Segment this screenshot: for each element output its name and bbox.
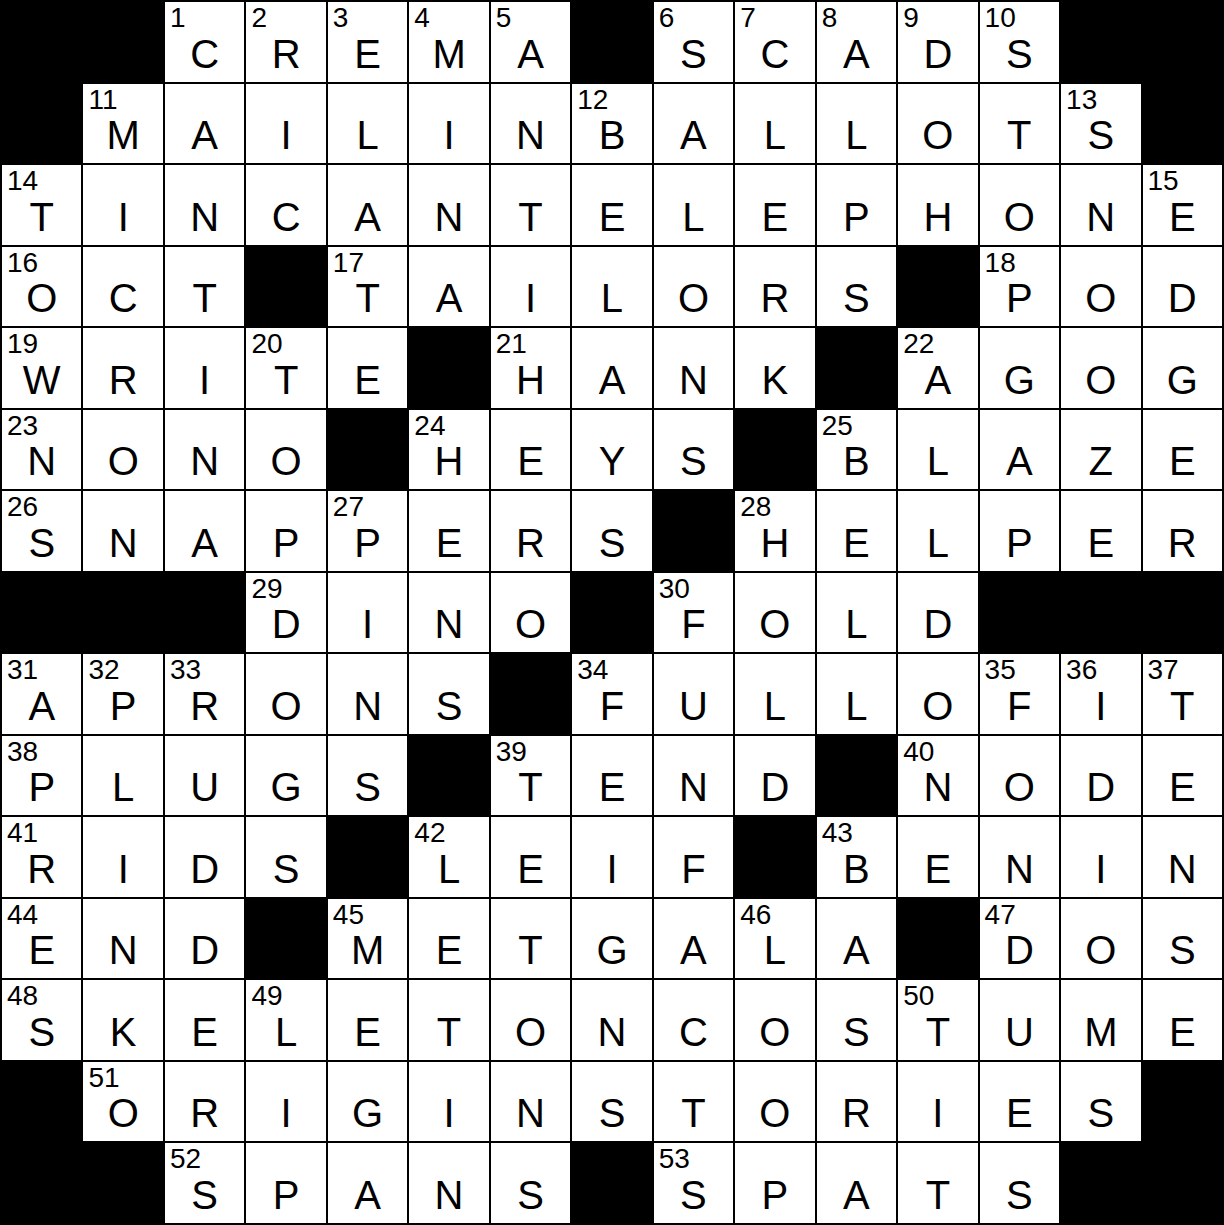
cell-r6c8[interactable]: Y	[572, 410, 651, 490]
cell-r1c3[interactable]: 1C	[165, 2, 244, 82]
cell-letter: I	[1061, 686, 1140, 726]
black-square-r10c6	[409, 736, 488, 816]
cell-r3c11[interactable]: P	[817, 165, 896, 245]
cell-r6c4[interactable]: O	[246, 410, 325, 490]
cell-r13c11[interactable]: S	[817, 980, 896, 1060]
cell-letter: H	[735, 523, 814, 563]
cell-r14c11[interactable]: R	[817, 1062, 896, 1142]
clue-number: 36	[1066, 655, 1097, 684]
cell-r7c6[interactable]: E	[409, 491, 488, 571]
cell-r3c5[interactable]: A	[328, 165, 407, 245]
cell-r12c2[interactable]: N	[83, 899, 162, 979]
cell-letter: E	[165, 1012, 244, 1052]
cell-r14c6[interactable]: I	[409, 1062, 488, 1142]
cell-r7c14[interactable]: E	[1061, 491, 1140, 571]
clue-number: 52	[170, 1144, 201, 1173]
cell-r6c3[interactable]: N	[165, 410, 244, 490]
cell-r9c5[interactable]: N	[328, 654, 407, 734]
cell-r13c9[interactable]: C	[654, 980, 733, 1060]
cell-r15c13[interactable]: S	[980, 1143, 1059, 1223]
black-square-r2c15	[1143, 84, 1222, 164]
crossword-grid: 1C2R3E4M5A6S7C8A9D10S11MAILIN12BALLOT13S…	[0, 0, 1224, 1225]
cell-r14c14[interactable]: S	[1061, 1062, 1140, 1142]
cell-r7c1[interactable]: 26S	[2, 491, 81, 571]
black-square-r8c3	[165, 573, 244, 653]
cell-r9c10[interactable]: L	[735, 654, 814, 734]
cell-letter: E	[491, 849, 570, 889]
cell-r14c9[interactable]: T	[654, 1062, 733, 1142]
cell-r13c14[interactable]: M	[1061, 980, 1140, 1060]
cell-r15c3[interactable]: 52S	[165, 1143, 244, 1223]
cell-r9c2[interactable]: 32P	[83, 654, 162, 734]
cell-r15c10[interactable]: P	[735, 1143, 814, 1223]
cell-r10c15[interactable]: E	[1143, 736, 1222, 816]
cell-letter: L	[246, 1012, 325, 1052]
clue-number: 18	[985, 248, 1016, 277]
cell-r10c12[interactable]: 40N	[898, 736, 977, 816]
cell-letter: H	[898, 197, 977, 237]
cell-r7c2[interactable]: N	[83, 491, 162, 571]
cell-r4c5[interactable]: 17T	[328, 247, 407, 327]
cell-r4c6[interactable]: A	[409, 247, 488, 327]
cell-letter: C	[165, 34, 244, 74]
cell-r11c3[interactable]: D	[165, 817, 244, 897]
cell-letter: E	[1061, 523, 1140, 563]
cell-r7c11[interactable]: E	[817, 491, 896, 571]
black-square-r14c1	[2, 1062, 81, 1142]
cell-r5c14[interactable]: O	[1061, 328, 1140, 408]
cell-r9c13[interactable]: 35F	[980, 654, 1059, 734]
cell-r12c3[interactable]: D	[165, 899, 244, 979]
cell-letter: S	[654, 1175, 733, 1215]
cell-letter: S	[1143, 930, 1222, 970]
cell-letter: E	[328, 1012, 407, 1052]
cell-letter: G	[246, 767, 325, 807]
cell-r4c2[interactable]: C	[83, 247, 162, 327]
cell-letter: S	[980, 34, 1059, 74]
cell-r11c9[interactable]: F	[654, 817, 733, 897]
cell-r5c10[interactable]: K	[735, 328, 814, 408]
cell-r15c6[interactable]: N	[409, 1143, 488, 1223]
cell-r13c8[interactable]: N	[572, 980, 651, 1060]
cell-r9c1[interactable]: 31A	[2, 654, 81, 734]
cell-r2c9[interactable]: A	[654, 84, 733, 164]
clue-number: 4	[414, 3, 430, 32]
cell-letter: S	[654, 34, 733, 74]
cell-r3c6[interactable]: N	[409, 165, 488, 245]
cell-r4c10[interactable]: R	[735, 247, 814, 327]
clue-number: 12	[577, 85, 608, 114]
clue-number: 31	[7, 655, 38, 684]
cell-letter: T	[898, 1012, 977, 1052]
cell-letter: T	[898, 1175, 977, 1215]
cell-r6c11[interactable]: 25B	[817, 410, 896, 490]
cell-r11c2[interactable]: I	[83, 817, 162, 897]
cell-letter: S	[246, 849, 325, 889]
cell-r1c7[interactable]: 5A	[491, 2, 570, 82]
cell-r11c13[interactable]: N	[980, 817, 1059, 897]
cell-r4c14[interactable]: O	[1061, 247, 1140, 327]
cell-r3c8[interactable]: E	[572, 165, 651, 245]
cell-r3c14[interactable]: N	[1061, 165, 1140, 245]
cell-letter: P	[2, 767, 81, 807]
cell-r8c4[interactable]: 29D	[246, 573, 325, 653]
cell-letter: A	[817, 1175, 896, 1215]
cell-r5c3[interactable]: I	[165, 328, 244, 408]
cell-r2c10[interactable]: L	[735, 84, 814, 164]
cell-letter: E	[1143, 197, 1222, 237]
cell-r14c7[interactable]: N	[491, 1062, 570, 1142]
cell-letter: R	[817, 1093, 896, 1133]
cell-r11c6[interactable]: 42L	[409, 817, 488, 897]
cell-letter: E	[1143, 767, 1222, 807]
cell-r9c8[interactable]: 34F	[572, 654, 651, 734]
cell-letter: L	[83, 767, 162, 807]
cell-r8c9[interactable]: 30F	[654, 573, 733, 653]
cell-r5c5[interactable]: E	[328, 328, 407, 408]
cell-r4c15[interactable]: D	[1143, 247, 1222, 327]
cell-r15c11[interactable]: A	[817, 1143, 896, 1223]
cell-letter: A	[2, 686, 81, 726]
cell-r10c4[interactable]: G	[246, 736, 325, 816]
cell-r6c2[interactable]: O	[83, 410, 162, 490]
cell-r5c12[interactable]: 22A	[898, 328, 977, 408]
cell-r4c1[interactable]: 16O	[2, 247, 81, 327]
cell-letter: W	[2, 360, 81, 400]
cell-r1c6[interactable]: 4M	[409, 2, 488, 82]
cell-r3c2[interactable]: I	[83, 165, 162, 245]
cell-r7c5[interactable]: 27P	[328, 491, 407, 571]
cell-r1c5[interactable]: 3E	[328, 2, 407, 82]
cell-letter: O	[491, 604, 570, 644]
cell-r7c10[interactable]: 28H	[735, 491, 814, 571]
cell-r12c13[interactable]: 47D	[980, 899, 1059, 979]
cell-r6c15[interactable]: E	[1143, 410, 1222, 490]
cell-r7c3[interactable]: A	[165, 491, 244, 571]
cell-r13c6[interactable]: T	[409, 980, 488, 1060]
cell-r14c13[interactable]: E	[980, 1062, 1059, 1142]
cell-r15c9[interactable]: 53S	[654, 1143, 733, 1223]
cell-r10c1[interactable]: 38P	[2, 736, 81, 816]
cell-r4c8[interactable]: L	[572, 247, 651, 327]
cell-letter: R	[83, 360, 162, 400]
cell-r4c13[interactable]: 18P	[980, 247, 1059, 327]
black-square-r15c2	[83, 1143, 162, 1223]
cell-r15c5[interactable]: A	[328, 1143, 407, 1223]
cell-letter: D	[898, 34, 977, 74]
black-square-r1c14	[1061, 2, 1140, 82]
cell-r8c10[interactable]: O	[735, 573, 814, 653]
black-square-r4c12	[898, 247, 977, 327]
cell-letter: P	[83, 686, 162, 726]
cell-r9c12[interactable]: O	[898, 654, 977, 734]
cell-r12c5[interactable]: 45M	[328, 899, 407, 979]
cell-r7c12[interactable]: L	[898, 491, 977, 571]
cell-letter: S	[654, 441, 733, 481]
cell-r10c13[interactable]: O	[980, 736, 1059, 816]
cell-letter: C	[246, 197, 325, 237]
cell-r12c9[interactable]: A	[654, 899, 733, 979]
cell-r11c11[interactable]: 43B	[817, 817, 896, 897]
cell-r6c9[interactable]: S	[654, 410, 733, 490]
cell-r7c7[interactable]: R	[491, 491, 570, 571]
black-square-r15c15	[1143, 1143, 1222, 1223]
cell-r1c12[interactable]: 9D	[898, 2, 977, 82]
cell-letter: S	[572, 523, 651, 563]
cell-r4c11[interactable]: S	[817, 247, 896, 327]
cell-letter: S	[165, 1175, 244, 1215]
cell-r14c4[interactable]: I	[246, 1062, 325, 1142]
cell-r13c15[interactable]: E	[1143, 980, 1222, 1060]
cell-r2c12[interactable]: O	[898, 84, 977, 164]
clue-number: 25	[822, 411, 853, 440]
cell-letter: S	[491, 1175, 570, 1215]
cell-r10c10[interactable]: D	[735, 736, 814, 816]
cell-r15c4[interactable]: P	[246, 1143, 325, 1223]
cell-r10c7[interactable]: 39T	[491, 736, 570, 816]
clue-number: 8	[822, 3, 838, 32]
cell-r12c6[interactable]: E	[409, 899, 488, 979]
black-square-r10c11	[817, 736, 896, 816]
clue-number: 3	[333, 3, 349, 32]
cell-r5c13[interactable]: G	[980, 328, 1059, 408]
cell-r8c7[interactable]: O	[491, 573, 570, 653]
cell-r1c9[interactable]: 6S	[654, 2, 733, 82]
cell-letter: O	[83, 441, 162, 481]
cell-r8c11[interactable]: L	[817, 573, 896, 653]
cell-r14c12[interactable]: I	[898, 1062, 977, 1142]
cell-r2c14[interactable]: 13S	[1061, 84, 1140, 164]
cell-r13c4[interactable]: 49L	[246, 980, 325, 1060]
cell-r9c4[interactable]: O	[246, 654, 325, 734]
cell-letter: T	[165, 278, 244, 318]
cell-r9c3[interactable]: 33R	[165, 654, 244, 734]
cell-letter: N	[572, 1012, 651, 1052]
cell-r8c6[interactable]: N	[409, 573, 488, 653]
cell-letter: L	[817, 115, 896, 155]
cell-r6c6[interactable]: 24H	[409, 410, 488, 490]
cell-r10c2[interactable]: L	[83, 736, 162, 816]
black-square-r1c8	[572, 2, 651, 82]
cell-r9c14[interactable]: 36I	[1061, 654, 1140, 734]
cell-r9c6[interactable]: S	[409, 654, 488, 734]
cell-r15c7[interactable]: S	[491, 1143, 570, 1223]
cell-r11c14[interactable]: I	[1061, 817, 1140, 897]
clue-number: 40	[903, 737, 934, 766]
cell-r11c8[interactable]: I	[572, 817, 651, 897]
cell-r14c3[interactable]: R	[165, 1062, 244, 1142]
cell-letter: E	[817, 523, 896, 563]
cell-letter: T	[2, 197, 81, 237]
clue-number: 16	[7, 248, 38, 277]
cell-r2c3[interactable]: A	[165, 84, 244, 164]
cell-r5c8[interactable]: A	[572, 328, 651, 408]
clue-number: 43	[822, 818, 853, 847]
cell-r15c12[interactable]: T	[898, 1143, 977, 1223]
cell-r4c7[interactable]: I	[491, 247, 570, 327]
cell-r8c12[interactable]: D	[898, 573, 977, 653]
cell-letter: D	[246, 604, 325, 644]
cell-r10c3[interactable]: U	[165, 736, 244, 816]
cell-r12c8[interactable]: G	[572, 899, 651, 979]
clue-number: 42	[414, 818, 445, 847]
cell-r14c10[interactable]: O	[735, 1062, 814, 1142]
cell-letter: T	[491, 767, 570, 807]
cell-r5c4[interactable]: 20T	[246, 328, 325, 408]
cell-r13c13[interactable]: U	[980, 980, 1059, 1060]
cell-r1c4[interactable]: 2R	[246, 2, 325, 82]
cell-letter: O	[246, 686, 325, 726]
cell-r10c8[interactable]: E	[572, 736, 651, 816]
cell-r14c5[interactable]: G	[328, 1062, 407, 1142]
clue-number: 28	[740, 492, 771, 521]
cell-letter: A	[328, 1175, 407, 1215]
cell-letter: D	[1061, 767, 1140, 807]
cell-r13c2[interactable]: K	[83, 980, 162, 1060]
cell-r3c4[interactable]: C	[246, 165, 325, 245]
cell-r2c7[interactable]: N	[491, 84, 570, 164]
clue-number: 2	[251, 3, 267, 32]
cell-r11c4[interactable]: S	[246, 817, 325, 897]
cell-letter: O	[654, 278, 733, 318]
cell-r14c8[interactable]: S	[572, 1062, 651, 1142]
black-square-r2c1	[2, 84, 81, 164]
cell-r6c12[interactable]: L	[898, 410, 977, 490]
cell-letter: A	[328, 197, 407, 237]
cell-letter: O	[735, 604, 814, 644]
cell-r3c1[interactable]: 14T	[2, 165, 81, 245]
cell-letter: C	[735, 34, 814, 74]
clue-number: 44	[7, 900, 38, 929]
cell-r3c15[interactable]: 15E	[1143, 165, 1222, 245]
cell-letter: A	[572, 360, 651, 400]
cell-letter: I	[246, 115, 325, 155]
cell-letter: N	[409, 604, 488, 644]
cell-r2c5[interactable]: L	[328, 84, 407, 164]
cell-letter: E	[409, 930, 488, 970]
clue-number: 39	[496, 737, 527, 766]
clue-number: 13	[1066, 85, 1097, 114]
cell-letter: B	[817, 441, 896, 481]
cell-r2c11[interactable]: L	[817, 84, 896, 164]
cell-r12c7[interactable]: T	[491, 899, 570, 979]
cell-letter: H	[491, 360, 570, 400]
cell-r12c1[interactable]: 44E	[2, 899, 81, 979]
cell-r12c14[interactable]: O	[1061, 899, 1140, 979]
cell-letter: M	[83, 115, 162, 155]
cell-r9c15[interactable]: 37T	[1143, 654, 1222, 734]
cell-r6c14[interactable]: Z	[1061, 410, 1140, 490]
cell-letter: I	[898, 1093, 977, 1133]
cell-letter: O	[898, 686, 977, 726]
cell-r7c8[interactable]: S	[572, 491, 651, 571]
cell-r12c10[interactable]: 46L	[735, 899, 814, 979]
cell-r13c5[interactable]: E	[328, 980, 407, 1060]
cell-r4c9[interactable]: O	[654, 247, 733, 327]
cell-letter: D	[898, 604, 977, 644]
cell-letter: L	[735, 930, 814, 970]
cell-r11c12[interactable]: E	[898, 817, 977, 897]
cell-letter: E	[409, 523, 488, 563]
cell-r14c2[interactable]: 51O	[83, 1062, 162, 1142]
cell-r7c13[interactable]: P	[980, 491, 1059, 571]
cell-letter: O	[246, 441, 325, 481]
cell-r9c11[interactable]: L	[817, 654, 896, 734]
cell-r3c10[interactable]: E	[735, 165, 814, 245]
cell-r10c9[interactable]: N	[654, 736, 733, 816]
cell-letter: N	[491, 115, 570, 155]
cell-r1c11[interactable]: 8A	[817, 2, 896, 82]
cell-r3c13[interactable]: O	[980, 165, 1059, 245]
clue-number: 50	[903, 981, 934, 1010]
clue-number: 14	[7, 166, 38, 195]
cell-letter: O	[898, 115, 977, 155]
clue-number: 45	[333, 900, 364, 929]
cell-r12c11[interactable]: A	[817, 899, 896, 979]
cell-r13c10[interactable]: O	[735, 980, 814, 1060]
black-square-r12c12	[898, 899, 977, 979]
black-square-r8c14	[1061, 573, 1140, 653]
cell-letter: N	[409, 1175, 488, 1215]
cell-r2c8[interactable]: 12B	[572, 84, 651, 164]
cell-letter: N	[165, 441, 244, 481]
black-square-r6c5	[328, 410, 407, 490]
cell-r3c7[interactable]: T	[491, 165, 570, 245]
cell-r5c2[interactable]: R	[83, 328, 162, 408]
cell-r5c7[interactable]: 21H	[491, 328, 570, 408]
cell-letter: O	[1061, 930, 1140, 970]
cell-r8c5[interactable]: I	[328, 573, 407, 653]
cell-r5c15[interactable]: G	[1143, 328, 1222, 408]
cell-letter: E	[980, 1093, 1059, 1133]
cell-letter: E	[2, 930, 81, 970]
cell-r2c4[interactable]: I	[246, 84, 325, 164]
cell-r7c15[interactable]: R	[1143, 491, 1222, 571]
cell-r11c7[interactable]: E	[491, 817, 570, 897]
black-square-r1c1	[2, 2, 81, 82]
black-square-r15c1	[2, 1143, 81, 1223]
cell-r7c4[interactable]: P	[246, 491, 325, 571]
cell-r5c1[interactable]: 19W	[2, 328, 81, 408]
cell-r10c5[interactable]: S	[328, 736, 407, 816]
cell-r9c9[interactable]: U	[654, 654, 733, 734]
cell-r6c13[interactable]: A	[980, 410, 1059, 490]
cell-letter: M	[328, 930, 407, 970]
cell-r13c1[interactable]: 48S	[2, 980, 81, 1060]
cell-r3c9[interactable]: L	[654, 165, 733, 245]
cell-r10c14[interactable]: D	[1061, 736, 1140, 816]
cell-r2c2[interactable]: 11M	[83, 84, 162, 164]
cell-r3c12[interactable]: H	[898, 165, 977, 245]
cell-r5c9[interactable]: N	[654, 328, 733, 408]
cell-r6c1[interactable]: 23N	[2, 410, 81, 490]
cell-r12c15[interactable]: S	[1143, 899, 1222, 979]
cell-r11c15[interactable]: N	[1143, 817, 1222, 897]
cell-r13c12[interactable]: 50T	[898, 980, 977, 1060]
cell-r13c3[interactable]: E	[165, 980, 244, 1060]
cell-r3c3[interactable]: N	[165, 165, 244, 245]
cell-r4c3[interactable]: T	[165, 247, 244, 327]
cell-r1c13[interactable]: 10S	[980, 2, 1059, 82]
cell-r2c6[interactable]: I	[409, 84, 488, 164]
cell-r6c7[interactable]: E	[491, 410, 570, 490]
cell-r11c1[interactable]: 41R	[2, 817, 81, 897]
cell-r13c7[interactable]: O	[491, 980, 570, 1060]
cell-r1c10[interactable]: 7C	[735, 2, 814, 82]
cell-r2c13[interactable]: T	[980, 84, 1059, 164]
clue-number: 19	[7, 329, 38, 358]
clue-number: 7	[740, 3, 756, 32]
